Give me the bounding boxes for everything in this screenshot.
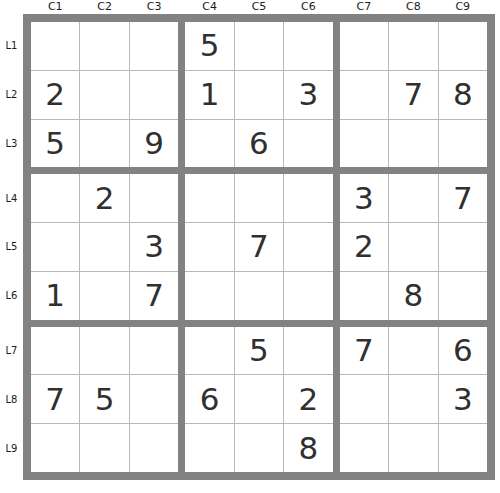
column-labels: C1C2C3C4C5C6C7C8C9 — [23, 1, 495, 14]
cell-L3C6[interactable] — [284, 120, 332, 168]
cell-L3C5[interactable]: 6 — [235, 120, 283, 168]
col-label-C4: C4 — [185, 1, 233, 14]
cell-L1C4[interactable]: 5 — [185, 22, 233, 70]
cell-L8C5[interactable] — [235, 375, 283, 423]
cell-L9C8[interactable] — [389, 424, 437, 472]
cell-L1C6[interactable] — [284, 22, 332, 70]
row-label-group-2: L4L5L6 — [0, 174, 23, 319]
col-label-group-1: C1C2C3 — [31, 1, 178, 14]
cell-L7C5[interactable]: 5 — [235, 327, 283, 375]
cell-L8C8[interactable] — [389, 375, 437, 423]
row-label-L5: L5 — [0, 223, 23, 271]
sudoku-board: 259513678231773728755628763 — [23, 14, 495, 480]
cell-L8C6[interactable]: 2 — [284, 375, 332, 423]
row-label-L3: L3 — [0, 120, 23, 168]
box-5: 7 — [185, 174, 332, 319]
cell-L6C1[interactable]: 1 — [31, 272, 79, 320]
cell-L4C2[interactable]: 2 — [80, 174, 128, 222]
cell-L2C3[interactable] — [130, 71, 178, 119]
cell-L8C3[interactable] — [130, 375, 178, 423]
cell-L9C9[interactable] — [439, 424, 487, 472]
box-2: 5136 — [185, 22, 332, 167]
cell-L1C8[interactable] — [389, 22, 437, 70]
cell-L8C4[interactable]: 6 — [185, 375, 233, 423]
cell-L6C6[interactable] — [284, 272, 332, 320]
cell-L6C5[interactable] — [235, 272, 283, 320]
cell-L2C6[interactable]: 3 — [284, 71, 332, 119]
col-label-group-3: C7C8C9 — [340, 1, 487, 14]
cell-L1C7[interactable] — [340, 22, 388, 70]
cell-L3C1[interactable]: 5 — [31, 120, 79, 168]
box-7: 75 — [31, 327, 178, 472]
cell-L6C9[interactable] — [439, 272, 487, 320]
cell-L9C2[interactable] — [80, 424, 128, 472]
cell-L6C2[interactable] — [80, 272, 128, 320]
cell-L3C7[interactable] — [340, 120, 388, 168]
col-label-C1: C1 — [31, 1, 79, 14]
cell-L2C2[interactable] — [80, 71, 128, 119]
cell-L4C3[interactable] — [130, 174, 178, 222]
row-labels: L1L2L3L4L5L6L7L8L9 — [0, 14, 23, 480]
cell-L9C3[interactable] — [130, 424, 178, 472]
col-label-C6: C6 — [284, 1, 332, 14]
cell-L9C5[interactable] — [235, 424, 283, 472]
cell-L5C6[interactable] — [284, 223, 332, 271]
cell-L7C1[interactable] — [31, 327, 79, 375]
cell-L1C5[interactable] — [235, 22, 283, 70]
box-3: 78 — [340, 22, 487, 167]
cell-L2C1[interactable]: 2 — [31, 71, 79, 119]
cell-L7C2[interactable] — [80, 327, 128, 375]
cell-L1C3[interactable] — [130, 22, 178, 70]
cell-L5C4[interactable] — [185, 223, 233, 271]
cell-L9C6[interactable]: 8 — [284, 424, 332, 472]
cell-L6C3[interactable]: 7 — [130, 272, 178, 320]
cell-L5C8[interactable] — [389, 223, 437, 271]
cell-L9C7[interactable] — [340, 424, 388, 472]
cell-L3C8[interactable] — [389, 120, 437, 168]
cell-L5C7[interactable]: 2 — [340, 223, 388, 271]
cell-L5C2[interactable] — [80, 223, 128, 271]
cell-L8C9[interactable]: 3 — [439, 375, 487, 423]
cell-L5C5[interactable]: 7 — [235, 223, 283, 271]
col-label-group-2: C4C5C6 — [185, 1, 332, 14]
cell-L5C3[interactable]: 3 — [130, 223, 178, 271]
box-8: 5628 — [185, 327, 332, 472]
cell-L6C4[interactable] — [185, 272, 233, 320]
box-1: 259 — [31, 22, 178, 167]
cell-L7C9[interactable]: 6 — [439, 327, 487, 375]
cell-L4C5[interactable] — [235, 174, 283, 222]
cell-L4C1[interactable] — [31, 174, 79, 222]
row-label-L9: L9 — [0, 424, 23, 472]
cell-L2C7[interactable] — [340, 71, 388, 119]
board-layout: C1C2C3C4C5C6C7C8C9 L1L2L3L4L5L6L7L8L9 25… — [0, 1, 495, 480]
cell-L1C2[interactable] — [80, 22, 128, 70]
cell-L8C1[interactable]: 7 — [31, 375, 79, 423]
cell-L9C1[interactable] — [31, 424, 79, 472]
cell-L6C7[interactable] — [340, 272, 388, 320]
cell-L2C4[interactable]: 1 — [185, 71, 233, 119]
row-label-L7: L7 — [0, 327, 23, 375]
cell-L8C7[interactable] — [340, 375, 388, 423]
row-label-L4: L4 — [0, 174, 23, 222]
sudoku-page: C1C2C3C4C5C6C7C8C9 L1L2L3L4L5L6L7L8L9 25… — [0, 0, 500, 493]
row-label-group-3: L7L8L9 — [0, 327, 23, 472]
row-label-L8: L8 — [0, 375, 23, 423]
col-label-C7: C7 — [340, 1, 388, 14]
cell-L4C8[interactable] — [389, 174, 437, 222]
cell-L5C9[interactable] — [439, 223, 487, 271]
col-label-C5: C5 — [235, 1, 283, 14]
cell-L4C7[interactable]: 3 — [340, 174, 388, 222]
cell-L4C4[interactable] — [185, 174, 233, 222]
row-label-group-1: L1L2L3 — [0, 22, 23, 167]
box-9: 763 — [340, 327, 487, 472]
cell-L3C9[interactable] — [439, 120, 487, 168]
cell-L1C9[interactable] — [439, 22, 487, 70]
cell-L7C6[interactable] — [284, 327, 332, 375]
row-label-L2: L2 — [0, 71, 23, 119]
cell-L7C4[interactable] — [185, 327, 233, 375]
cell-L6C8[interactable]: 8 — [389, 272, 437, 320]
row-label-L1: L1 — [0, 22, 23, 70]
col-label-C9: C9 — [439, 1, 487, 14]
cell-L7C3[interactable] — [130, 327, 178, 375]
cell-L7C8[interactable] — [389, 327, 437, 375]
cell-L4C9[interactable]: 7 — [439, 174, 487, 222]
box-4: 2317 — [31, 174, 178, 319]
col-label-C8: C8 — [389, 1, 437, 14]
cell-L2C8[interactable]: 7 — [389, 71, 437, 119]
cell-L4C6[interactable] — [284, 174, 332, 222]
cell-L3C2[interactable] — [80, 120, 128, 168]
col-label-C2: C2 — [80, 1, 128, 14]
cell-L2C9[interactable]: 8 — [439, 71, 487, 119]
cell-L5C1[interactable] — [31, 223, 79, 271]
cell-L8C2[interactable]: 5 — [80, 375, 128, 423]
row-label-L6: L6 — [0, 272, 23, 320]
cell-L9C4[interactable] — [185, 424, 233, 472]
corner-spacer — [0, 1, 23, 14]
cell-L3C4[interactable] — [185, 120, 233, 168]
box-6: 3728 — [340, 174, 487, 319]
col-label-C3: C3 — [130, 1, 178, 14]
cell-L7C7[interactable]: 7 — [340, 327, 388, 375]
cell-L2C5[interactable] — [235, 71, 283, 119]
cell-L1C1[interactable] — [31, 22, 79, 70]
cell-L3C3[interactable]: 9 — [130, 120, 178, 168]
